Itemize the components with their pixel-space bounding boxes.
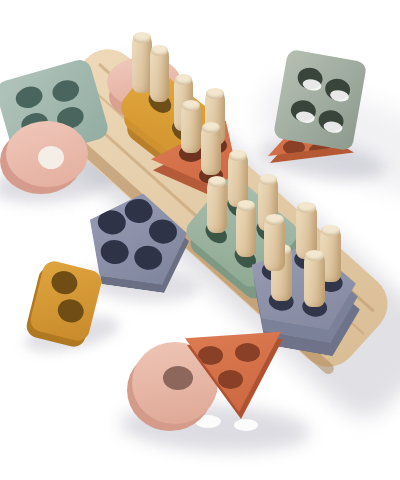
triangle-station-peg bbox=[201, 123, 221, 175]
shape-hole bbox=[147, 218, 178, 246]
ring-hole bbox=[163, 366, 193, 390]
loose-pink-ring-left bbox=[1, 120, 89, 194]
shape-hole bbox=[133, 244, 164, 272]
shape-hole bbox=[55, 296, 86, 325]
loose-sage-square-upper-right bbox=[273, 49, 367, 152]
square-station-peg bbox=[228, 151, 248, 207]
shape-hole bbox=[49, 268, 80, 297]
shape-hole bbox=[96, 209, 127, 237]
light-through-hole-spot bbox=[234, 419, 258, 431]
pentagon-station-peg bbox=[264, 215, 285, 271]
shape-hole bbox=[13, 83, 45, 111]
rectangle-station-peg bbox=[150, 46, 169, 102]
square-station-peg bbox=[207, 177, 227, 233]
product-photo-wooden-shape-sorter bbox=[0, 0, 400, 480]
shape-hole bbox=[99, 238, 130, 266]
shape-hole bbox=[235, 343, 260, 362]
shape-hole bbox=[49, 77, 81, 105]
square-station-peg bbox=[236, 201, 256, 257]
ring-hole bbox=[38, 146, 64, 169]
shape-hole bbox=[218, 370, 243, 389]
shape-hole bbox=[123, 197, 154, 225]
triangle-station-peg bbox=[181, 101, 201, 153]
pentagon-station-peg bbox=[304, 251, 325, 307]
